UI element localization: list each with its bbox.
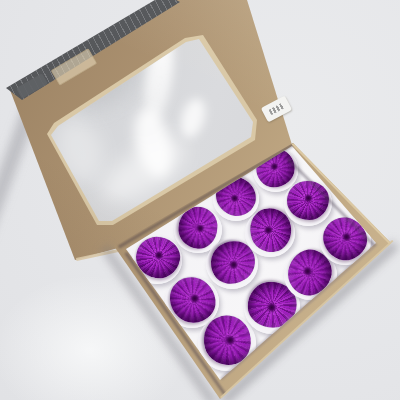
sticker-text-smudge [268,103,284,115]
flower-cup [198,315,256,371]
rose-head [287,181,329,220]
photo-scene [0,0,400,400]
flower-cup [320,217,371,266]
flower-cup [284,180,332,226]
flower-cup [132,236,182,284]
